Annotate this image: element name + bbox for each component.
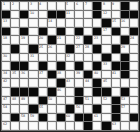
white-cell[interactable]: 22 — [75, 36, 83, 44]
white-cell[interactable] — [66, 28, 74, 36]
white-cell[interactable]: 35 — [11, 71, 19, 79]
clue-number: 56 — [76, 105, 80, 108]
clue-number: 24 — [130, 36, 134, 39]
white-cell[interactable]: 55 — [39, 105, 47, 113]
white-cell[interactable] — [11, 105, 19, 113]
white-cell[interactable]: 20 — [39, 36, 47, 44]
clue-number: 13 — [3, 19, 7, 22]
white-cell[interactable] — [102, 45, 110, 53]
white-cell[interactable] — [102, 105, 110, 113]
white-cell[interactable] — [102, 36, 110, 44]
white-cell[interactable] — [20, 105, 28, 113]
white-cell[interactable]: 48 — [11, 97, 19, 105]
white-cell[interactable]: 26 — [48, 45, 56, 53]
clue-number: 4 — [39, 2, 41, 5]
clue-number: 1 — [3, 2, 5, 5]
clue-number: 54 — [3, 105, 7, 108]
black-cell — [84, 36, 92, 44]
clue-number: 36 — [21, 71, 25, 74]
white-cell[interactable] — [29, 19, 37, 27]
black-cell — [20, 28, 28, 36]
black-cell — [20, 62, 28, 70]
clue-number: 27 — [76, 45, 80, 48]
white-cell[interactable] — [130, 19, 138, 27]
black-cell — [93, 88, 101, 96]
white-cell[interactable] — [2, 62, 10, 70]
white-cell[interactable]: 29 — [121, 45, 129, 53]
white-cell[interactable] — [130, 105, 138, 113]
white-cell[interactable]: 31 — [29, 54, 37, 62]
clue-number: 3 — [30, 2, 32, 5]
white-cell[interactable]: 45 — [102, 79, 110, 87]
clue-number: 29 — [121, 45, 125, 48]
white-cell[interactable] — [20, 19, 28, 27]
black-cell — [48, 36, 56, 44]
clue-number: 42 — [3, 79, 7, 82]
white-cell[interactable]: 44 — [84, 79, 92, 87]
white-cell[interactable] — [29, 97, 37, 105]
black-cell — [93, 105, 101, 113]
black-cell — [57, 62, 65, 70]
clue-number: 11 — [66, 11, 70, 14]
white-cell[interactable]: 25 — [39, 45, 47, 53]
white-cell[interactable] — [48, 2, 56, 10]
white-cell[interactable]: 33 — [102, 62, 110, 70]
white-cell[interactable] — [84, 88, 92, 96]
black-cell — [11, 114, 19, 122]
clue-number: 26 — [48, 45, 52, 48]
clue-number: 43 — [66, 79, 70, 82]
white-cell[interactable] — [48, 62, 56, 70]
black-cell — [57, 79, 65, 87]
black-cell — [112, 28, 120, 36]
white-cell[interactable] — [57, 105, 65, 113]
white-cell[interactable] — [84, 54, 92, 62]
black-cell — [29, 45, 37, 53]
clue-number: 41 — [112, 71, 116, 74]
black-cell — [93, 2, 101, 10]
black-cell — [75, 28, 83, 36]
white-cell[interactable]: 2 — [11, 2, 19, 10]
black-cell — [75, 114, 83, 122]
clue-number: 48 — [12, 97, 16, 100]
black-cell — [93, 62, 101, 70]
clue-number: 62 — [3, 122, 7, 125]
white-cell[interactable] — [48, 79, 56, 87]
white-cell[interactable] — [48, 114, 56, 122]
white-cell[interactable]: 21 — [57, 36, 65, 44]
white-cell[interactable]: 59 — [29, 114, 37, 122]
black-cell — [48, 71, 56, 79]
white-cell[interactable] — [75, 11, 83, 19]
white-cell[interactable]: 13 — [2, 19, 10, 27]
white-cell[interactable] — [75, 54, 83, 62]
white-cell[interactable] — [29, 122, 37, 130]
black-cell — [102, 19, 110, 27]
black-cell — [130, 114, 138, 122]
black-cell — [57, 11, 65, 19]
clue-number: 38 — [57, 71, 61, 74]
black-cell — [121, 2, 129, 10]
white-cell[interactable]: 52 — [102, 97, 110, 105]
clue-number: 63 — [112, 122, 116, 125]
white-cell[interactable] — [48, 54, 56, 62]
white-cell[interactable]: 12 — [102, 11, 110, 19]
black-cell — [48, 11, 56, 19]
clue-number: 35 — [12, 71, 16, 74]
black-cell — [130, 28, 138, 36]
clue-number: 50 — [48, 97, 52, 100]
white-cell[interactable] — [121, 114, 129, 122]
white-cell[interactable]: 38 — [57, 71, 65, 79]
white-cell[interactable] — [20, 2, 28, 10]
white-cell[interactable]: 1 — [2, 2, 10, 10]
white-cell[interactable]: 37 — [39, 71, 47, 79]
white-cell[interactable]: 49 — [20, 97, 28, 105]
white-cell[interactable] — [29, 62, 37, 70]
white-cell[interactable] — [66, 62, 74, 70]
white-cell[interactable]: 50 — [48, 97, 56, 105]
clue-number: 40 — [94, 71, 98, 74]
clue-number: 32 — [66, 54, 70, 57]
clue-number: 21 — [57, 36, 61, 39]
clue-number: 16 — [121, 19, 125, 22]
white-cell[interactable] — [20, 79, 28, 87]
white-cell[interactable] — [20, 54, 28, 62]
black-cell — [2, 28, 10, 36]
white-cell[interactable] — [57, 54, 65, 62]
white-cell[interactable]: 42 — [2, 79, 10, 87]
clue-number: 46 — [57, 88, 61, 91]
white-cell[interactable]: 40 — [93, 71, 101, 79]
white-cell[interactable] — [112, 88, 120, 96]
clue-number: 61 — [94, 114, 98, 117]
white-cell[interactable] — [84, 11, 92, 19]
black-cell — [112, 62, 120, 70]
black-cell — [112, 97, 120, 105]
black-cell — [39, 114, 47, 122]
white-cell[interactable] — [75, 122, 83, 130]
white-cell[interactable]: 15 — [112, 19, 120, 27]
clue-number: 31 — [30, 54, 34, 57]
white-cell[interactable] — [121, 79, 129, 87]
clue-number: 12 — [103, 11, 107, 14]
white-cell[interactable] — [57, 19, 65, 27]
black-cell — [66, 45, 74, 53]
white-cell[interactable] — [84, 19, 92, 27]
clue-number: 59 — [30, 114, 34, 117]
clue-number: 51 — [85, 97, 89, 100]
clue-number: 6 — [76, 2, 78, 5]
white-cell[interactable]: 62 — [2, 122, 10, 130]
white-cell[interactable] — [130, 79, 138, 87]
white-cell[interactable]: 32 — [66, 54, 74, 62]
clue-number: 10 — [30, 11, 34, 14]
clue-number: 18 — [3, 36, 7, 39]
white-cell[interactable]: 18 — [2, 36, 10, 44]
white-cell[interactable] — [102, 71, 110, 79]
clue-number: 49 — [21, 97, 25, 100]
black-cell — [39, 28, 47, 36]
clue-number: 5 — [66, 2, 68, 5]
black-cell — [20, 11, 28, 19]
black-cell — [102, 122, 110, 130]
white-cell[interactable] — [11, 54, 19, 62]
clue-number: 8 — [103, 2, 105, 5]
white-cell[interactable]: 46 — [57, 88, 65, 96]
white-cell[interactable] — [29, 36, 37, 44]
white-cell[interactable] — [93, 122, 101, 130]
white-cell[interactable]: 57 — [121, 105, 129, 113]
clue-number: 7 — [85, 2, 87, 5]
white-cell[interactable] — [93, 19, 101, 27]
black-cell — [84, 71, 92, 79]
black-cell — [11, 88, 19, 96]
white-cell[interactable]: 41 — [112, 71, 120, 79]
white-cell[interactable] — [29, 28, 37, 36]
black-cell — [39, 97, 47, 105]
clue-number: 47 — [3, 97, 7, 100]
clue-number: 19 — [21, 36, 25, 39]
white-cell[interactable] — [11, 19, 19, 27]
white-cell[interactable] — [39, 19, 47, 27]
clue-number: 2 — [12, 2, 14, 5]
clue-number: 37 — [39, 71, 43, 74]
white-cell[interactable]: 36 — [20, 71, 28, 79]
black-cell — [11, 62, 19, 70]
white-cell[interactable] — [130, 71, 138, 79]
white-cell[interactable]: 17 — [102, 28, 110, 36]
white-cell[interactable] — [57, 45, 65, 53]
white-cell[interactable] — [130, 62, 138, 70]
white-cell[interactable] — [11, 28, 19, 36]
white-cell[interactable] — [66, 36, 74, 44]
clue-number: 9 — [112, 2, 114, 5]
white-cell[interactable] — [130, 45, 138, 53]
white-cell[interactable] — [66, 97, 74, 105]
clue-number: 30 — [3, 54, 7, 57]
white-cell[interactable] — [93, 54, 101, 62]
white-cell[interactable]: 53 — [121, 97, 129, 105]
white-cell[interactable]: 14 — [48, 19, 56, 27]
white-cell[interactable] — [66, 88, 74, 96]
white-cell[interactable] — [39, 54, 47, 62]
white-cell[interactable] — [112, 36, 120, 44]
white-cell[interactable]: 63 — [112, 122, 120, 130]
clue-number: 17 — [103, 28, 107, 31]
clue-number: 25 — [39, 45, 43, 48]
clue-number: 45 — [103, 79, 107, 82]
white-cell[interactable]: 8 — [102, 2, 110, 10]
white-cell[interactable] — [39, 122, 47, 130]
white-cell[interactable] — [2, 88, 10, 96]
black-cell — [93, 45, 101, 53]
white-cell[interactable] — [2, 114, 10, 122]
white-cell[interactable] — [11, 122, 19, 130]
white-cell[interactable] — [130, 97, 138, 105]
white-cell[interactable] — [29, 79, 37, 87]
clue-number: 44 — [85, 79, 89, 82]
black-cell — [93, 11, 101, 19]
white-cell[interactable] — [57, 97, 65, 105]
crossword-grid: 1234567891011121314151617181920212223242… — [0, 0, 140, 132]
white-cell[interactable]: 3 — [29, 2, 37, 10]
white-cell[interactable]: 23 — [93, 36, 101, 44]
clue-number: 52 — [103, 97, 107, 100]
white-cell[interactable] — [112, 54, 120, 62]
white-cell[interactable]: 24 — [130, 36, 138, 44]
black-cell — [102, 54, 110, 62]
white-cell[interactable]: 47 — [2, 97, 10, 105]
white-cell[interactable] — [84, 28, 92, 36]
white-cell[interactable] — [11, 79, 19, 87]
white-cell[interactable] — [93, 97, 101, 105]
black-cell — [2, 11, 10, 19]
white-cell[interactable]: 11 — [66, 11, 74, 19]
black-cell — [84, 122, 92, 130]
white-cell[interactable]: 4 — [39, 2, 47, 10]
white-cell[interactable]: 30 — [2, 54, 10, 62]
clue-number: 15 — [112, 19, 116, 22]
white-cell[interactable]: 27 — [75, 45, 83, 53]
white-cell[interactable]: 58 — [20, 114, 28, 122]
white-cell[interactable]: 7 — [84, 2, 92, 10]
white-cell[interactable] — [130, 122, 138, 130]
black-cell — [20, 88, 28, 96]
white-cell[interactable] — [66, 19, 74, 27]
black-cell — [121, 88, 129, 96]
white-cell[interactable]: 34 — [2, 71, 10, 79]
black-cell — [130, 11, 138, 19]
clue-number: 39 — [76, 71, 80, 74]
white-cell[interactable] — [75, 79, 83, 87]
clue-number: 58 — [21, 114, 25, 117]
black-cell — [112, 114, 120, 122]
black-cell — [121, 62, 129, 70]
black-cell — [75, 97, 83, 105]
clue-number: 55 — [39, 105, 43, 108]
clue-number: 57 — [121, 105, 125, 108]
white-cell[interactable]: 51 — [84, 97, 92, 105]
white-cell[interactable] — [130, 88, 138, 96]
clue-number: 20 — [39, 36, 43, 39]
white-cell[interactable]: 19 — [20, 36, 28, 44]
clue-number: 53 — [121, 97, 125, 100]
white-cell[interactable] — [121, 122, 129, 130]
white-cell[interactable]: 60 — [66, 114, 74, 122]
white-cell[interactable] — [39, 88, 47, 96]
white-cell[interactable] — [130, 2, 138, 10]
white-cell[interactable] — [66, 122, 74, 130]
white-cell[interactable] — [112, 79, 120, 87]
black-cell — [75, 62, 83, 70]
white-cell[interactable]: 54 — [2, 105, 10, 113]
black-cell — [66, 105, 74, 113]
clue-number: 60 — [66, 114, 70, 117]
white-cell[interactable] — [112, 11, 120, 19]
black-cell — [93, 79, 101, 87]
white-cell[interactable]: 6 — [75, 2, 83, 10]
clue-number: 22 — [76, 36, 80, 39]
white-cell[interactable]: 56 — [75, 105, 83, 113]
black-cell — [39, 62, 47, 70]
white-cell[interactable] — [84, 105, 92, 113]
white-cell[interactable] — [130, 54, 138, 62]
white-cell[interactable] — [48, 122, 56, 130]
black-cell — [29, 105, 37, 113]
clue-number: 14 — [48, 19, 52, 22]
white-cell[interactable]: 61 — [93, 114, 101, 122]
black-cell — [48, 88, 56, 96]
black-cell — [57, 114, 65, 122]
white-cell[interactable] — [102, 114, 110, 122]
white-cell[interactable] — [20, 45, 28, 53]
white-cell[interactable] — [2, 45, 10, 53]
white-cell[interactable] — [39, 11, 47, 19]
white-cell[interactable] — [11, 11, 19, 19]
black-cell — [11, 45, 19, 53]
white-cell[interactable]: 28 — [84, 45, 92, 53]
black-cell — [121, 71, 129, 79]
white-cell[interactable] — [57, 2, 65, 10]
white-cell[interactable]: 43 — [66, 79, 74, 87]
white-cell[interactable]: 39 — [75, 71, 83, 79]
black-cell — [29, 88, 37, 96]
black-cell — [93, 28, 101, 36]
black-cell — [121, 11, 129, 19]
white-cell[interactable]: 9 — [112, 2, 120, 10]
black-cell — [112, 45, 120, 53]
white-cell[interactable]: 5 — [66, 2, 74, 10]
white-cell[interactable] — [66, 71, 74, 79]
white-cell[interactable] — [121, 28, 129, 36]
white-cell[interactable] — [11, 36, 19, 44]
clue-number: 34 — [3, 71, 7, 74]
white-cell[interactable] — [20, 122, 28, 130]
black-cell — [84, 114, 92, 122]
white-cell[interactable] — [75, 19, 83, 27]
black-cell — [121, 36, 129, 44]
clue-number: 28 — [85, 45, 89, 48]
white-cell[interactable] — [57, 122, 65, 130]
black-cell — [112, 105, 120, 113]
white-cell[interactable] — [84, 62, 92, 70]
white-cell[interactable] — [48, 105, 56, 113]
clue-number: 33 — [103, 62, 107, 65]
white-cell[interactable] — [29, 71, 37, 79]
white-cell[interactable]: 16 — [121, 19, 129, 27]
black-cell — [102, 88, 110, 96]
black-cell — [57, 28, 65, 36]
black-cell — [75, 88, 83, 96]
black-cell — [121, 54, 129, 62]
clue-number: 23 — [94, 36, 98, 39]
white-cell[interactable] — [39, 79, 47, 87]
white-cell[interactable]: 10 — [29, 11, 37, 19]
white-cell[interactable] — [48, 28, 56, 36]
